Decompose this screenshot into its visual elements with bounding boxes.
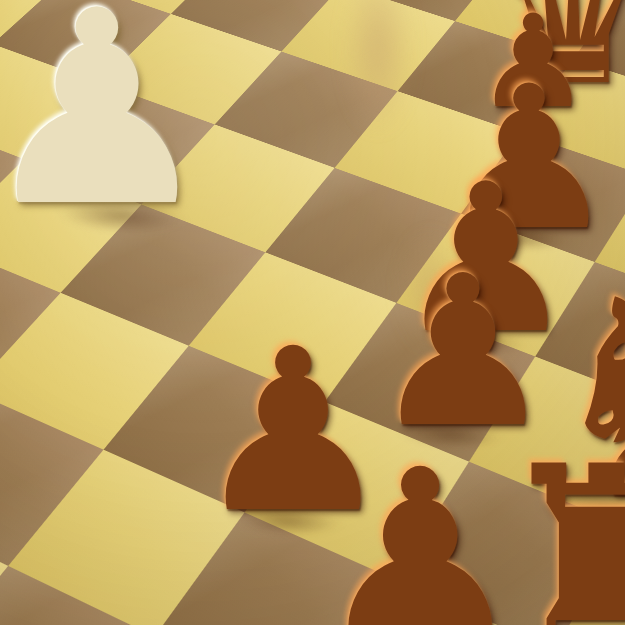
chess-photo: ♟♟♟♟♟♟♟♛♞♜	[0, 0, 625, 625]
white-pawn-advanced[interactable]: ♟	[0, 5, 217, 214]
brown-rook-bottom-right[interactable]: ♜	[487, 461, 625, 625]
